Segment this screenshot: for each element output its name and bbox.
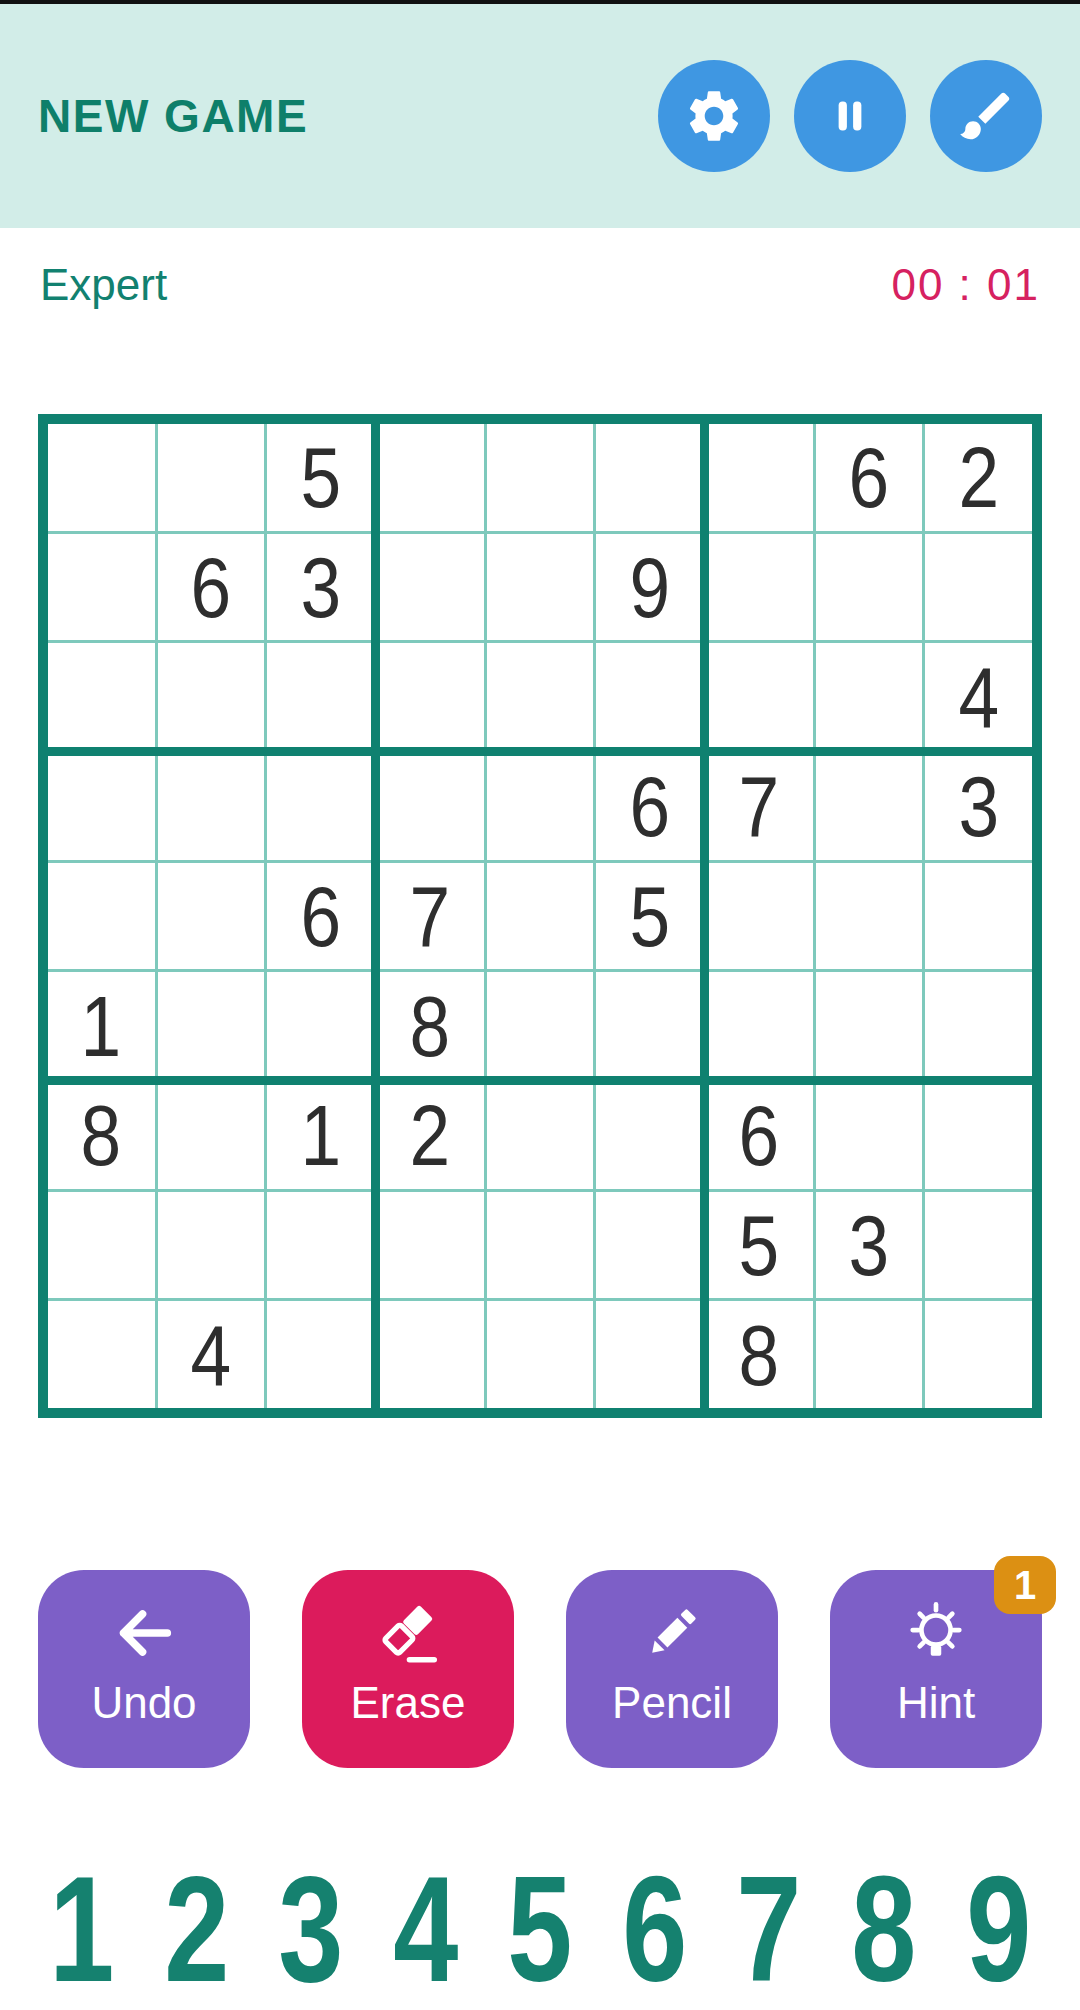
cell-value: 8 — [81, 1092, 122, 1178]
erase-button[interactable]: Erase — [302, 1570, 514, 1768]
sudoku-cell-r5c4[interactable]: 7 — [377, 863, 484, 970]
pencil-label: Pencil — [612, 1678, 732, 1728]
sudoku-cell-r9c4[interactable] — [377, 1301, 484, 1408]
sudoku-cell-r8c3[interactable] — [267, 1192, 374, 1299]
sudoku-cell-r7c1[interactable]: 8 — [48, 1082, 155, 1189]
pause-icon — [819, 85, 881, 147]
cell-value: 4 — [191, 1312, 232, 1398]
sudoku-cell-r8c7[interactable]: 5 — [706, 1192, 813, 1299]
gear-icon — [683, 85, 745, 147]
cell-value: 1 — [300, 1092, 341, 1178]
sudoku-cell-r8c8[interactable]: 3 — [816, 1192, 923, 1299]
sudoku-cell-r7c2[interactable] — [158, 1082, 265, 1189]
pause-button[interactable] — [794, 60, 906, 172]
sudoku-cell-r5c9[interactable] — [925, 863, 1032, 970]
sudoku-cell-r2c7[interactable] — [706, 534, 813, 641]
sudoku-cell-r7c9[interactable] — [925, 1082, 1032, 1189]
sudoku-cell-r4c6[interactable]: 6 — [596, 753, 703, 860]
sudoku-cell-r7c3[interactable]: 1 — [267, 1082, 374, 1189]
sudoku-cell-r7c5[interactable] — [487, 1082, 594, 1189]
sudoku-cell-r5c6[interactable]: 5 — [596, 863, 703, 970]
sudoku-board: 56263946736751881265348 — [38, 414, 1042, 1418]
sudoku-cell-r6c5[interactable] — [487, 972, 594, 1079]
sudoku-cell-r7c7[interactable]: 6 — [706, 1082, 813, 1189]
board-major-line — [371, 424, 380, 1408]
cell-value: 4 — [958, 654, 999, 740]
numpad-digit-7[interactable]: 7 — [737, 1854, 802, 2004]
sudoku-cell-r1c9[interactable]: 2 — [925, 424, 1032, 531]
sudoku-cell-r5c2[interactable] — [158, 863, 265, 970]
sudoku-cell-r6c6[interactable] — [596, 972, 703, 1079]
board-major-line — [48, 747, 1032, 756]
sudoku-cell-r4c9[interactable]: 3 — [925, 753, 1032, 860]
sudoku-cell-r6c3[interactable] — [267, 972, 374, 1079]
hint-label: Hint — [897, 1678, 975, 1728]
page-title: NEW GAME — [38, 89, 308, 143]
sudoku-cell-r8c6[interactable] — [596, 1192, 703, 1299]
sudoku-cell-r2c6[interactable]: 9 — [596, 534, 703, 641]
sudoku-cell-r6c7[interactable] — [706, 972, 813, 1079]
sudoku-cell-r5c5[interactable] — [487, 863, 594, 970]
cell-value: 6 — [300, 873, 341, 959]
sudoku-cell-r1c8[interactable]: 6 — [816, 424, 923, 531]
sudoku-cell-r8c5[interactable] — [487, 1192, 594, 1299]
sudoku-cell-r3c7[interactable] — [706, 643, 813, 750]
cell-value: 2 — [958, 434, 999, 520]
sudoku-cell-r1c4[interactable] — [377, 424, 484, 531]
sudoku-cell-r3c5[interactable] — [487, 643, 594, 750]
pencil-button[interactable]: Pencil — [566, 1570, 778, 1768]
cell-value: 5 — [739, 1202, 780, 1288]
numpad-digit-5[interactable]: 5 — [507, 1854, 572, 2004]
numpad-digit-6[interactable]: 6 — [622, 1854, 687, 2004]
cell-value: 3 — [958, 763, 999, 849]
sudoku-cell-r1c3[interactable]: 5 — [267, 424, 374, 531]
sudoku-cell-r6c8[interactable] — [816, 972, 923, 1079]
sudoku-cell-r8c9[interactable] — [925, 1192, 1032, 1299]
sudoku-cell-r5c1[interactable] — [48, 863, 155, 970]
sudoku-cell-r5c3[interactable]: 6 — [267, 863, 374, 970]
cell-value: 5 — [300, 434, 341, 520]
sudoku-cell-r8c1[interactable] — [48, 1192, 155, 1299]
header-buttons — [658, 60, 1042, 172]
sudoku-grid: 56263946736751881265348 — [48, 424, 1032, 1408]
status-row: Expert 00 : 01 — [0, 254, 1080, 316]
sudoku-cell-r1c6[interactable] — [596, 424, 703, 531]
hint-button[interactable]: 1 Hint — [830, 1570, 1042, 1768]
cell-value: 5 — [629, 873, 670, 959]
sudoku-cell-r8c2[interactable] — [158, 1192, 265, 1299]
eraser-icon — [373, 1598, 443, 1668]
numpad-digit-4[interactable]: 4 — [393, 1854, 458, 2004]
pencil-icon — [637, 1598, 707, 1668]
settings-button[interactable] — [658, 60, 770, 172]
sudoku-cell-r6c2[interactable] — [158, 972, 265, 1079]
app-screen: NEW GAME Expert 00 : 01 — [0, 0, 1080, 2010]
sudoku-cell-r3c2[interactable] — [158, 643, 265, 750]
sudoku-cell-r5c7[interactable] — [706, 863, 813, 970]
sudoku-cell-r3c6[interactable] — [596, 643, 703, 750]
sudoku-cell-r2c4[interactable] — [377, 534, 484, 641]
sudoku-cell-r4c5[interactable] — [487, 753, 594, 860]
lightbulb-icon — [901, 1598, 971, 1668]
number-pad: 123456789 — [0, 1854, 1080, 2004]
sudoku-cell-r6c4[interactable]: 8 — [377, 972, 484, 1079]
sudoku-cell-r3c3[interactable] — [267, 643, 374, 750]
cell-value: 6 — [191, 544, 232, 630]
cell-value: 2 — [410, 1092, 451, 1178]
sudoku-cell-r5c8[interactable] — [816, 863, 923, 970]
sudoku-cell-r9c7[interactable]: 8 — [706, 1301, 813, 1408]
sudoku-cell-r9c5[interactable] — [487, 1301, 594, 1408]
undo-label: Undo — [91, 1678, 196, 1728]
numpad-digit-9[interactable]: 9 — [966, 1854, 1031, 2004]
board-major-line — [48, 1076, 1032, 1085]
sudoku-cell-r7c8[interactable] — [816, 1082, 923, 1189]
sudoku-cell-r4c8[interactable] — [816, 753, 923, 860]
arrow-left-icon — [109, 1598, 179, 1668]
sudoku-cell-r2c9[interactable] — [925, 534, 1032, 641]
sudoku-cell-r9c9[interactable] — [925, 1301, 1032, 1408]
sudoku-cell-r1c5[interactable] — [487, 424, 594, 531]
sudoku-cell-r3c4[interactable] — [377, 643, 484, 750]
sudoku-cell-r1c2[interactable] — [158, 424, 265, 531]
sudoku-cell-r4c2[interactable] — [158, 753, 265, 860]
cell-value: 3 — [300, 544, 341, 630]
sudoku-cell-r9c3[interactable] — [267, 1301, 374, 1408]
numpad-digit-3[interactable]: 3 — [278, 1854, 343, 2004]
sudoku-cell-r3c9[interactable]: 4 — [925, 643, 1032, 750]
sudoku-cell-r9c6[interactable] — [596, 1301, 703, 1408]
sudoku-cell-r7c6[interactable] — [596, 1082, 703, 1189]
sudoku-cell-r2c2[interactable]: 6 — [158, 534, 265, 641]
sudoku-cell-r3c8[interactable] — [816, 643, 923, 750]
sudoku-cell-r4c4[interactable] — [377, 753, 484, 860]
sudoku-cell-r2c5[interactable] — [487, 534, 594, 641]
hint-count-badge: 1 — [994, 1556, 1056, 1614]
sudoku-cell-r2c8[interactable] — [816, 534, 923, 641]
sudoku-cell-r8c4[interactable] — [377, 1192, 484, 1299]
toolbar: Undo Erase Pencil 1 — [0, 1570, 1080, 1768]
board-major-line — [700, 424, 709, 1408]
sudoku-cell-r2c1[interactable] — [48, 534, 155, 641]
cell-value: 6 — [849, 434, 890, 520]
sudoku-cell-r4c1[interactable] — [48, 753, 155, 860]
undo-button[interactable]: Undo — [38, 1570, 250, 1768]
sudoku-cell-r2c3[interactable]: 3 — [267, 534, 374, 641]
numpad-digit-1[interactable]: 1 — [49, 1854, 114, 2004]
cell-value: 8 — [739, 1312, 780, 1398]
sudoku-cell-r4c7[interactable]: 7 — [706, 753, 813, 860]
paintbrush-icon — [955, 85, 1017, 147]
numpad-digit-8[interactable]: 8 — [851, 1854, 916, 2004]
cell-value: 6 — [739, 1092, 780, 1178]
header: NEW GAME — [0, 4, 1080, 228]
sudoku-cell-r6c1[interactable]: 1 — [48, 972, 155, 1079]
erase-label: Erase — [351, 1678, 466, 1728]
sudoku-cell-r7c4[interactable]: 2 — [377, 1082, 484, 1189]
theme-button[interactable] — [930, 60, 1042, 172]
cell-value: 1 — [81, 983, 122, 1069]
cell-value: 7 — [410, 873, 451, 959]
sudoku-cell-r1c7[interactable] — [706, 424, 813, 531]
cell-value: 6 — [629, 763, 670, 849]
difficulty-label: Expert — [40, 260, 167, 310]
cell-value: 8 — [410, 983, 451, 1069]
sudoku-cell-r4c3[interactable] — [267, 753, 374, 860]
cell-value: 9 — [629, 544, 670, 630]
cell-value: 7 — [739, 763, 780, 849]
sudoku-cell-r3c1[interactable] — [48, 643, 155, 750]
timer: 00 : 01 — [891, 260, 1040, 310]
sudoku-cell-r9c8[interactable] — [816, 1301, 923, 1408]
numpad-digit-2[interactable]: 2 — [164, 1854, 229, 2004]
cell-value: 3 — [849, 1202, 890, 1288]
sudoku-cell-r9c2[interactable]: 4 — [158, 1301, 265, 1408]
sudoku-cell-r9c1[interactable] — [48, 1301, 155, 1408]
sudoku-cell-r1c1[interactable] — [48, 424, 155, 531]
sudoku-cell-r6c9[interactable] — [925, 972, 1032, 1079]
